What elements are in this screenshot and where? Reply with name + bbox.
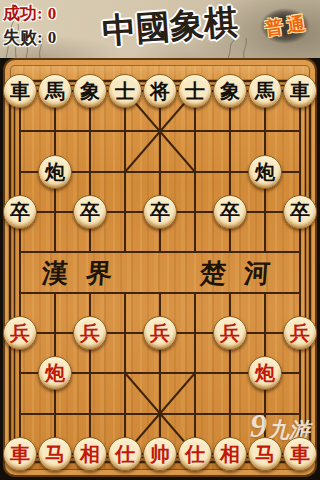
piece-red-chariot[interactable]: 車	[3, 437, 37, 471]
piece-red-horse[interactable]: 马	[38, 437, 72, 471]
piece-red-soldier[interactable]: 兵	[143, 316, 177, 350]
river-label-han: 漢界	[16, 257, 138, 291]
difficulty-label: 普通	[260, 11, 311, 41]
success-value: 0	[48, 2, 57, 26]
piece-black-advisor[interactable]: 士	[108, 74, 142, 108]
piece-red-soldier[interactable]: 兵	[213, 316, 247, 350]
success-label: 成功:	[3, 2, 43, 26]
piece-red-elephant[interactable]: 相	[213, 437, 247, 471]
piece-black-general[interactable]: 将	[143, 74, 177, 108]
piece-black-chariot[interactable]: 車	[3, 74, 37, 108]
piece-black-soldier[interactable]: 卒	[213, 195, 247, 229]
piece-red-chariot[interactable]: 車	[283, 437, 317, 471]
fail-counter: 失败: 0	[3, 26, 56, 50]
piece-black-horse[interactable]: 馬	[248, 74, 282, 108]
piece-red-elephant[interactable]: 相	[73, 437, 107, 471]
piece-black-chariot[interactable]: 車	[283, 74, 317, 108]
piece-black-horse[interactable]: 馬	[38, 74, 72, 108]
piece-red-soldier[interactable]: 兵	[73, 316, 107, 350]
score-panel: 成功: 0 失败: 0	[3, 2, 56, 50]
piece-red-general[interactable]: 帅	[143, 437, 177, 471]
game-screen: 成功: 0 失败: 0 中國象棋 普通	[0, 0, 320, 480]
piece-red-soldier[interactable]: 兵	[3, 316, 37, 350]
piece-red-horse[interactable]: 马	[248, 437, 282, 471]
piece-black-cannon[interactable]: 炮	[38, 155, 72, 189]
piece-black-elephant[interactable]: 象	[213, 74, 247, 108]
piece-red-advisor[interactable]: 仕	[178, 437, 212, 471]
piece-black-elephant[interactable]: 象	[73, 74, 107, 108]
piece-red-advisor[interactable]: 仕	[108, 437, 142, 471]
fail-value: 0	[48, 26, 57, 50]
difficulty-badge[interactable]: 普通	[253, 3, 317, 49]
river-label-chu: 楚河	[174, 257, 296, 291]
fail-label: 失败:	[3, 26, 43, 50]
success-counter: 成功: 0	[3, 2, 56, 26]
piece-black-soldier[interactable]: 卒	[283, 195, 317, 229]
piece-black-soldier[interactable]: 卒	[3, 195, 37, 229]
piece-black-soldier[interactable]: 卒	[143, 195, 177, 229]
piece-black-advisor[interactable]: 士	[178, 74, 212, 108]
piece-black-cannon[interactable]: 炮	[248, 155, 282, 189]
piece-red-soldier[interactable]: 兵	[283, 316, 317, 350]
top-bar: 成功: 0 失败: 0 中國象棋 普通	[0, 0, 320, 58]
xiangqi-board[interactable]: 漢界 楚河 9九游 車馬象士将士象馬車炮炮卒卒卒卒卒兵兵兵兵兵炮炮車马相仕帅仕相…	[3, 58, 317, 477]
piece-black-soldier[interactable]: 卒	[73, 195, 107, 229]
